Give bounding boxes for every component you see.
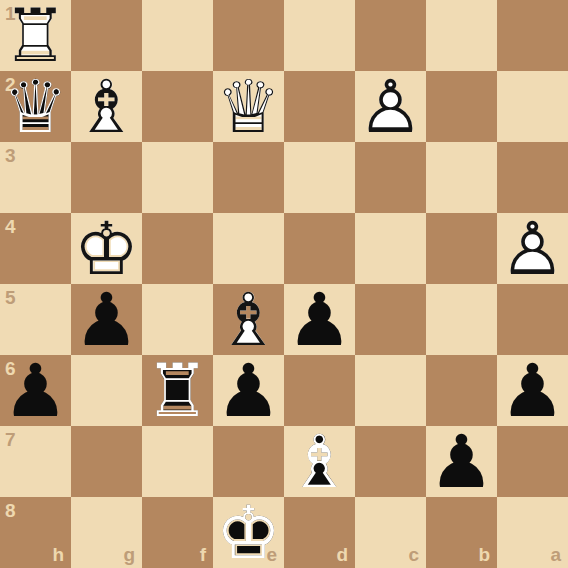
file-label: a: [550, 545, 561, 564]
rank-label: 5: [5, 288, 16, 307]
square-c6[interactable]: [355, 355, 426, 426]
rank-label: 7: [5, 430, 16, 449]
rook-outline-icon: ♖: [0, 0, 71, 71]
square-d2[interactable]: [284, 71, 355, 142]
square-b4[interactable]: [426, 213, 497, 284]
square-c2[interactable]: ♟♙: [355, 71, 426, 142]
black-pawn[interactable]: ♟: [71, 284, 142, 355]
pawn-outline-icon: ♙: [497, 213, 568, 284]
square-a5[interactable]: [497, 284, 568, 355]
square-e8[interactable]: e♚♔: [213, 497, 284, 568]
square-h1[interactable]: 1♜♖: [0, 0, 71, 71]
bishop-icon: ♝: [213, 284, 284, 355]
square-g5[interactable]: ♟: [71, 284, 142, 355]
square-c3[interactable]: [355, 142, 426, 213]
rook-outline-icon: ♖: [142, 355, 213, 426]
square-g2[interactable]: ♝♗: [71, 71, 142, 142]
square-g1[interactable]: [71, 0, 142, 71]
square-b2[interactable]: [426, 71, 497, 142]
square-d1[interactable]: [284, 0, 355, 71]
square-b1[interactable]: [426, 0, 497, 71]
black-pawn[interactable]: ♟: [497, 355, 568, 426]
square-h2[interactable]: 2♛♕: [0, 71, 71, 142]
rank-label: 4: [5, 217, 16, 236]
white-rook[interactable]: ♜♖: [0, 0, 71, 71]
white-bishop[interactable]: ♝♗: [213, 284, 284, 355]
square-c5[interactable]: [355, 284, 426, 355]
white-queen[interactable]: ♛♕: [213, 71, 284, 142]
square-d4[interactable]: [284, 213, 355, 284]
bishop-outline-icon: ♗: [213, 284, 284, 355]
square-a6[interactable]: ♟: [497, 355, 568, 426]
bishop-outline-icon: ♗: [71, 71, 142, 142]
square-g8[interactable]: g: [71, 497, 142, 568]
square-c4[interactable]: [355, 213, 426, 284]
white-pawn[interactable]: ♟♙: [355, 71, 426, 142]
king-outline-icon: ♔: [71, 213, 142, 284]
square-d8[interactable]: d: [284, 497, 355, 568]
square-g7[interactable]: [71, 426, 142, 497]
black-rook[interactable]: ♜♖: [142, 355, 213, 426]
rank-label: 8: [5, 501, 16, 520]
black-bishop[interactable]: ♝♗: [284, 426, 355, 497]
queen-icon: ♛: [213, 71, 284, 142]
square-d7[interactable]: ♝♗: [284, 426, 355, 497]
king-icon: ♚: [213, 497, 284, 568]
square-b6[interactable]: [426, 355, 497, 426]
square-c1[interactable]: [355, 0, 426, 71]
square-e6[interactable]: ♟: [213, 355, 284, 426]
rank-label: 3: [5, 146, 16, 165]
pawn-icon: ♟: [426, 426, 497, 497]
queen-outline-icon: ♕: [0, 71, 71, 142]
pawn-outline-icon: ♙: [355, 71, 426, 142]
file-label: b: [478, 545, 490, 564]
square-f2[interactable]: [142, 71, 213, 142]
file-label: g: [123, 545, 135, 564]
black-pawn[interactable]: ♟: [213, 355, 284, 426]
file-label: f: [200, 545, 206, 564]
bishop-icon: ♝: [284, 426, 355, 497]
chess-board: 1♜♖2♛♕♝♗♛♕♟♙34♚♔♟♙5♟♝♗♟6♟♜♖♟♟7♝♗♟8hgfe♚♔…: [0, 0, 568, 568]
square-c8[interactable]: c: [355, 497, 426, 568]
bishop-outline-icon: ♗: [284, 426, 355, 497]
square-d6[interactable]: [284, 355, 355, 426]
square-a2[interactable]: [497, 71, 568, 142]
file-label: h: [52, 545, 64, 564]
square-d5[interactable]: ♟: [284, 284, 355, 355]
rook-icon: ♜: [0, 0, 71, 71]
square-e2[interactable]: ♛♕: [213, 71, 284, 142]
square-e7[interactable]: [213, 426, 284, 497]
black-pawn[interactable]: ♟: [426, 426, 497, 497]
square-b8[interactable]: b: [426, 497, 497, 568]
black-queen[interactable]: ♛♕: [0, 71, 71, 142]
square-b3[interactable]: [426, 142, 497, 213]
square-f1[interactable]: [142, 0, 213, 71]
square-a8[interactable]: a: [497, 497, 568, 568]
square-f3[interactable]: [142, 142, 213, 213]
queen-icon: ♛: [0, 71, 71, 142]
black-pawn[interactable]: ♟: [0, 355, 71, 426]
square-b7[interactable]: ♟: [426, 426, 497, 497]
file-label: d: [336, 545, 348, 564]
square-f8[interactable]: f: [142, 497, 213, 568]
white-pawn[interactable]: ♟♙: [497, 213, 568, 284]
pawn-icon: ♟: [497, 213, 568, 284]
square-d3[interactable]: [284, 142, 355, 213]
white-bishop[interactable]: ♝♗: [71, 71, 142, 142]
pawn-icon: ♟: [71, 284, 142, 355]
square-h3[interactable]: 3: [0, 142, 71, 213]
square-f5[interactable]: [142, 284, 213, 355]
square-h6[interactable]: 6♟: [0, 355, 71, 426]
pawn-icon: ♟: [213, 355, 284, 426]
bishop-icon: ♝: [71, 71, 142, 142]
king-icon: ♚: [71, 213, 142, 284]
square-e4[interactable]: [213, 213, 284, 284]
square-h8[interactable]: 8h: [0, 497, 71, 568]
square-h5[interactable]: 5: [0, 284, 71, 355]
square-a4[interactable]: ♟♙: [497, 213, 568, 284]
square-f4[interactable]: [142, 213, 213, 284]
pawn-icon: ♟: [497, 355, 568, 426]
square-a1[interactable]: [497, 0, 568, 71]
square-e1[interactable]: [213, 0, 284, 71]
square-e5[interactable]: ♝♗: [213, 284, 284, 355]
black-king[interactable]: ♚♔: [213, 497, 284, 568]
square-f6[interactable]: ♜♖: [142, 355, 213, 426]
square-g4[interactable]: ♚♔: [71, 213, 142, 284]
pawn-icon: ♟: [0, 355, 71, 426]
square-b5[interactable]: [426, 284, 497, 355]
queen-outline-icon: ♕: [213, 71, 284, 142]
rook-icon: ♜: [142, 355, 213, 426]
file-label: c: [408, 545, 419, 564]
king-outline-icon: ♔: [213, 497, 284, 568]
square-h7[interactable]: 7: [0, 426, 71, 497]
pawn-icon: ♟: [355, 71, 426, 142]
square-f7[interactable]: [142, 426, 213, 497]
square-c7[interactable]: [355, 426, 426, 497]
square-a7[interactable]: [497, 426, 568, 497]
square-g3[interactable]: [71, 142, 142, 213]
square-h4[interactable]: 4: [0, 213, 71, 284]
white-king[interactable]: ♚♔: [71, 213, 142, 284]
square-a3[interactable]: [497, 142, 568, 213]
square-g6[interactable]: [71, 355, 142, 426]
square-e3[interactable]: [213, 142, 284, 213]
pawn-icon: ♟: [284, 284, 355, 355]
black-pawn[interactable]: ♟: [284, 284, 355, 355]
